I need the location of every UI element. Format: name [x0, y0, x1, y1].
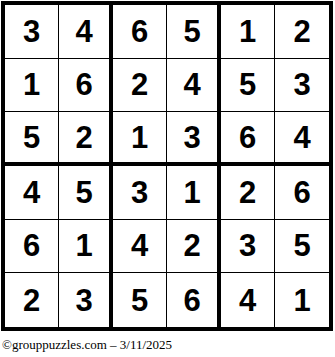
sudoku-cell-r4c4[interactable]: 1 — [167, 166, 221, 220]
sudoku-cell-r6c5[interactable]: 4 — [221, 273, 275, 327]
sudoku-cell-r6c6[interactable]: 1 — [275, 273, 329, 327]
sudoku-cell-r4c1[interactable]: 4 — [5, 166, 59, 220]
sudoku-cell-r1c2[interactable]: 4 — [59, 5, 113, 59]
sudoku-cell-r6c4[interactable]: 6 — [167, 273, 221, 327]
sudoku-cell-r3c1[interactable]: 5 — [5, 112, 59, 166]
sudoku-cell-r6c3[interactable]: 5 — [113, 273, 167, 327]
sudoku-cell-r3c2[interactable]: 2 — [59, 112, 113, 166]
sudoku-cell-r2c6[interactable]: 3 — [275, 59, 329, 113]
sudoku-cell-r2c4[interactable]: 4 — [167, 59, 221, 113]
sudoku-cell-r5c2[interactable]: 1 — [59, 220, 113, 274]
sudoku-cell-r3c4[interactable]: 3 — [167, 112, 221, 166]
sudoku-cell-r2c1[interactable]: 1 — [5, 59, 59, 113]
sudoku-cell-r2c2[interactable]: 6 — [59, 59, 113, 113]
sudoku-cell-r5c1[interactable]: 6 — [5, 220, 59, 274]
sudoku-cell-r4c3[interactable]: 3 — [113, 166, 167, 220]
sudoku-cell-r5c6[interactable]: 5 — [275, 220, 329, 274]
copyright-text: ©grouppuzzles.com – 3/11/2025 — [2, 337, 172, 353]
sudoku-cell-r3c3[interactable]: 1 — [113, 112, 167, 166]
sudoku-cell-r1c4[interactable]: 5 — [167, 5, 221, 59]
sudoku-page: 346512162453521364453126614235235641 ©gr… — [0, 0, 335, 357]
sudoku-cell-r6c1[interactable]: 2 — [5, 273, 59, 327]
sudoku-cell-r2c5[interactable]: 5 — [221, 59, 275, 113]
sudoku-cell-r3c6[interactable]: 4 — [275, 112, 329, 166]
sudoku-cell-r4c6[interactable]: 6 — [275, 166, 329, 220]
sudoku-cell-r1c1[interactable]: 3 — [5, 5, 59, 59]
sudoku-cell-r4c5[interactable]: 2 — [221, 166, 275, 220]
sudoku-cell-r5c5[interactable]: 3 — [221, 220, 275, 274]
sudoku-cell-r5c4[interactable]: 2 — [167, 220, 221, 274]
sudoku-cell-r5c3[interactable]: 4 — [113, 220, 167, 274]
sudoku-cell-r1c5[interactable]: 1 — [221, 5, 275, 59]
sudoku-board: 346512162453521364453126614235235641 — [1, 1, 333, 331]
sudoku-cell-r2c3[interactable]: 2 — [113, 59, 167, 113]
sudoku-cell-r6c2[interactable]: 3 — [59, 273, 113, 327]
sudoku-cell-r3c5[interactable]: 6 — [221, 112, 275, 166]
sudoku-cell-r1c3[interactable]: 6 — [113, 5, 167, 59]
sudoku-cell-r4c2[interactable]: 5 — [59, 166, 113, 220]
sudoku-cell-r1c6[interactable]: 2 — [275, 5, 329, 59]
